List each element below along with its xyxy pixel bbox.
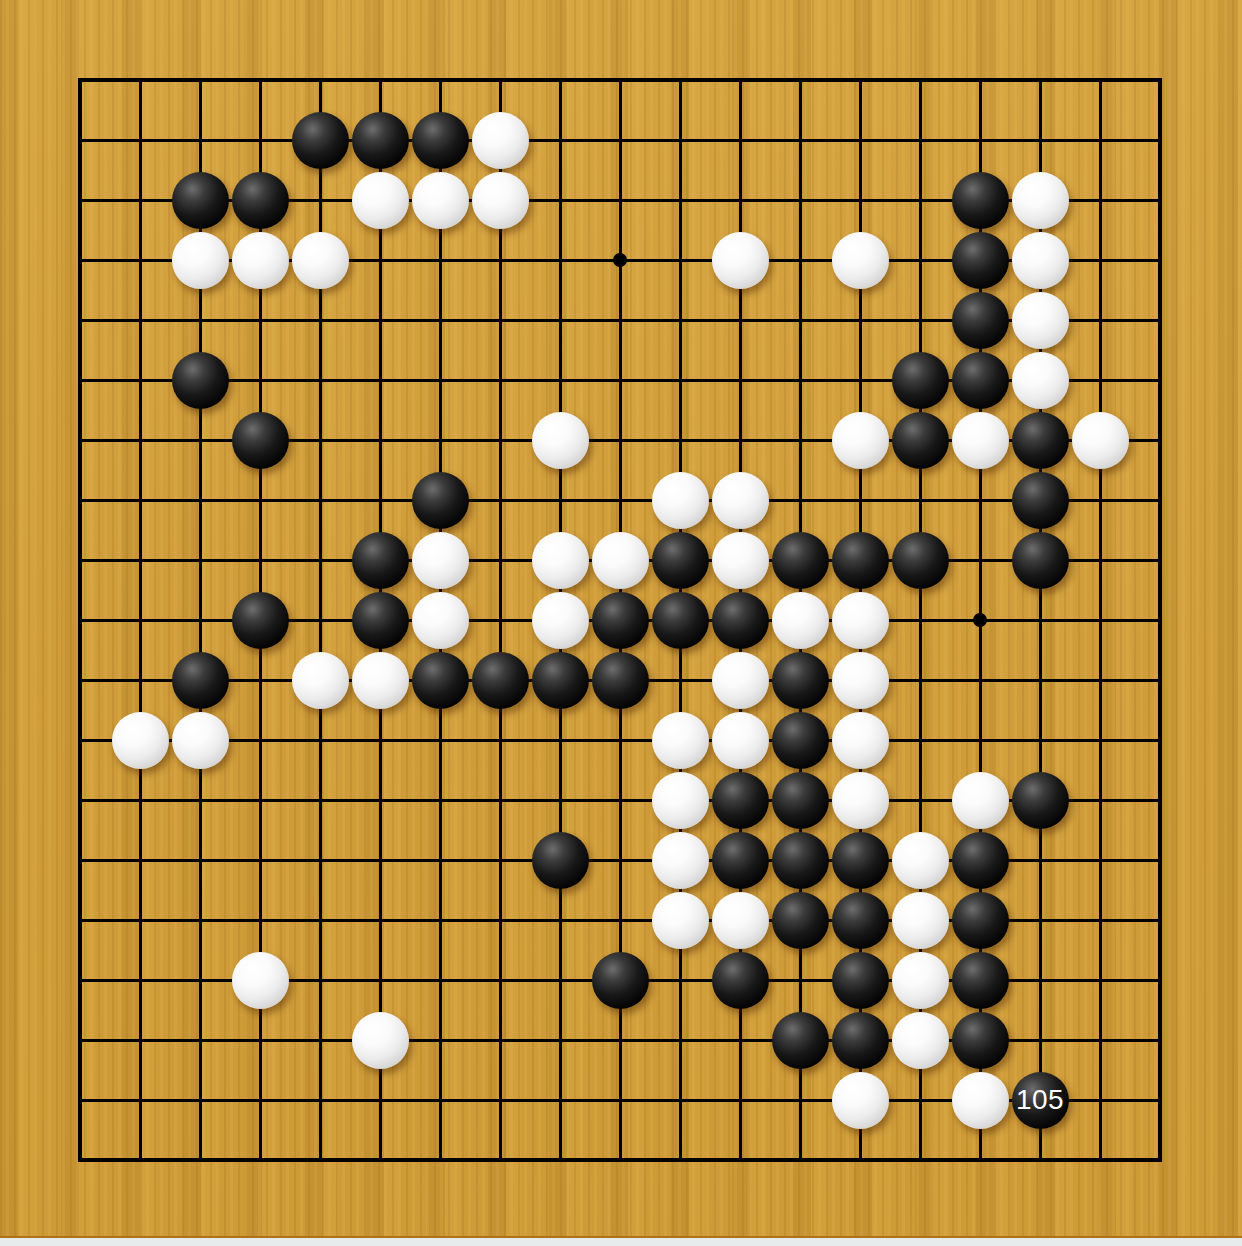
black-stone bbox=[1012, 472, 1069, 529]
black-stone bbox=[652, 532, 709, 589]
black-stone bbox=[532, 652, 589, 709]
white-stone bbox=[952, 412, 1009, 469]
black-stone bbox=[952, 952, 1009, 1009]
star-point bbox=[613, 253, 627, 267]
black-stone bbox=[952, 352, 1009, 409]
white-stone bbox=[892, 1012, 949, 1069]
black-stone bbox=[772, 712, 829, 769]
black-stone bbox=[232, 592, 289, 649]
white-stone bbox=[952, 772, 1009, 829]
white-stone bbox=[292, 652, 349, 709]
black-stone bbox=[952, 232, 1009, 289]
black-stone bbox=[892, 412, 949, 469]
black-stone bbox=[652, 592, 709, 649]
black-stone bbox=[412, 472, 469, 529]
white-stone bbox=[1072, 412, 1129, 469]
black-stone bbox=[172, 652, 229, 709]
black-stone bbox=[1012, 532, 1069, 589]
black-stone bbox=[172, 172, 229, 229]
black-stone bbox=[952, 832, 1009, 889]
white-stone bbox=[652, 892, 709, 949]
black-stone bbox=[772, 532, 829, 589]
black-stone bbox=[472, 652, 529, 709]
black-stone bbox=[412, 112, 469, 169]
black-stone bbox=[1012, 412, 1069, 469]
black-stone bbox=[712, 592, 769, 649]
white-stone bbox=[832, 1072, 889, 1129]
white-stone bbox=[712, 892, 769, 949]
white-stone bbox=[832, 412, 889, 469]
black-stone bbox=[1012, 772, 1069, 829]
white-stone bbox=[832, 712, 889, 769]
white-stone bbox=[112, 712, 169, 769]
white-stone bbox=[712, 532, 769, 589]
black-stone bbox=[772, 1012, 829, 1069]
white-stone bbox=[652, 832, 709, 889]
white-stone bbox=[532, 592, 589, 649]
black-stone bbox=[832, 952, 889, 1009]
white-stone bbox=[712, 652, 769, 709]
white-stone bbox=[1012, 232, 1069, 289]
grid-line bbox=[1158, 78, 1162, 1162]
black-stone bbox=[232, 172, 289, 229]
white-stone bbox=[532, 412, 589, 469]
white-stone bbox=[652, 712, 709, 769]
black-stone bbox=[952, 292, 1009, 349]
white-stone bbox=[772, 592, 829, 649]
white-stone bbox=[652, 772, 709, 829]
black-stone bbox=[772, 652, 829, 709]
white-stone bbox=[832, 652, 889, 709]
white-stone bbox=[352, 652, 409, 709]
black-stone bbox=[532, 832, 589, 889]
move-number-label: 105 bbox=[1012, 1072, 1069, 1129]
black-stone bbox=[592, 592, 649, 649]
white-stone bbox=[712, 472, 769, 529]
white-stone bbox=[832, 232, 889, 289]
black-stone bbox=[952, 1012, 1009, 1069]
white-stone bbox=[172, 712, 229, 769]
white-stone bbox=[472, 112, 529, 169]
black-stone bbox=[412, 652, 469, 709]
black-stone bbox=[232, 412, 289, 469]
star-point bbox=[973, 613, 987, 627]
white-stone bbox=[472, 172, 529, 229]
white-stone bbox=[172, 232, 229, 289]
white-stone bbox=[292, 232, 349, 289]
white-stone bbox=[952, 1072, 1009, 1129]
white-stone bbox=[1012, 172, 1069, 229]
white-stone bbox=[892, 892, 949, 949]
white-stone bbox=[652, 472, 709, 529]
black-stone: 105 bbox=[1012, 1072, 1069, 1129]
white-stone bbox=[412, 172, 469, 229]
white-stone bbox=[592, 532, 649, 589]
black-stone bbox=[892, 532, 949, 589]
black-stone bbox=[832, 832, 889, 889]
black-stone bbox=[712, 952, 769, 1009]
black-stone bbox=[592, 652, 649, 709]
white-stone bbox=[412, 592, 469, 649]
black-stone bbox=[952, 892, 1009, 949]
black-stone bbox=[832, 1012, 889, 1069]
black-stone bbox=[712, 832, 769, 889]
white-stone bbox=[712, 712, 769, 769]
white-stone bbox=[232, 952, 289, 1009]
white-stone bbox=[832, 592, 889, 649]
white-stone bbox=[1012, 292, 1069, 349]
black-stone bbox=[592, 952, 649, 1009]
black-stone bbox=[352, 592, 409, 649]
grid-line bbox=[78, 739, 1162, 742]
grid-line bbox=[78, 1158, 1162, 1162]
white-stone bbox=[412, 532, 469, 589]
white-stone bbox=[892, 832, 949, 889]
grid-line bbox=[1099, 78, 1102, 1162]
white-stone bbox=[532, 532, 589, 589]
black-stone bbox=[172, 352, 229, 409]
black-stone bbox=[952, 172, 1009, 229]
black-stone bbox=[712, 772, 769, 829]
black-stone bbox=[832, 892, 889, 949]
white-stone bbox=[232, 232, 289, 289]
white-stone bbox=[892, 952, 949, 1009]
white-stone bbox=[832, 772, 889, 829]
white-stone bbox=[712, 232, 769, 289]
white-stone bbox=[352, 172, 409, 229]
window-edge-strip bbox=[0, 1236, 1242, 1246]
black-stone bbox=[352, 112, 409, 169]
black-stone bbox=[292, 112, 349, 169]
black-stone bbox=[772, 832, 829, 889]
black-stone bbox=[832, 532, 889, 589]
black-stone bbox=[352, 532, 409, 589]
white-stone bbox=[1012, 352, 1069, 409]
white-stone bbox=[352, 1012, 409, 1069]
black-stone bbox=[892, 352, 949, 409]
black-stone bbox=[772, 892, 829, 949]
black-stone bbox=[772, 772, 829, 829]
